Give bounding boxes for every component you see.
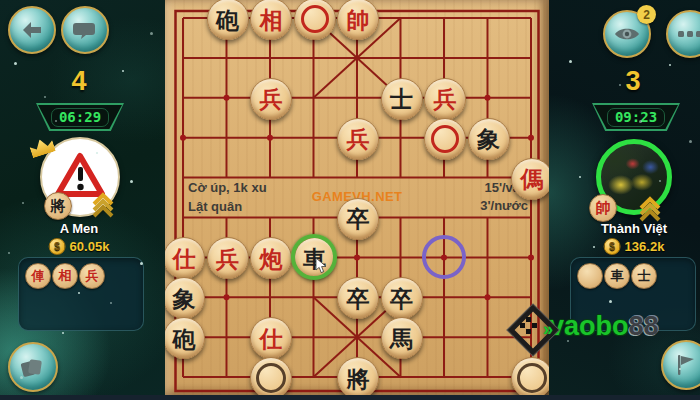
right-timer-value: 09:23 bbox=[607, 108, 665, 127]
star-decoration bbox=[44, 96, 46, 98]
star-decoration bbox=[130, 180, 133, 183]
board-piece[interactable]: 兵 bbox=[337, 118, 379, 160]
back-button[interactable] bbox=[8, 6, 56, 54]
star-decoration bbox=[62, 332, 64, 334]
star-decoration bbox=[659, 180, 661, 182]
star-decoration bbox=[20, 376, 23, 379]
star-decoration bbox=[579, 176, 581, 178]
board-piece[interactable]: 兵 bbox=[207, 237, 249, 279]
star-decoration bbox=[639, 120, 642, 123]
board-piece[interactable]: 兵 bbox=[424, 78, 466, 120]
board-piece[interactable]: 相 bbox=[250, 0, 292, 40]
left-score: 4 bbox=[71, 66, 86, 97]
board-piece[interactable]: 砲 bbox=[207, 0, 249, 40]
spectator-count-badge: 2 bbox=[637, 5, 656, 24]
captured-piece: 俥 bbox=[25, 263, 51, 289]
board-piece[interactable]: 傌 bbox=[511, 158, 549, 200]
star-decoration bbox=[122, 70, 124, 72]
board-piece[interactable]: 象 bbox=[468, 118, 510, 160]
left-player-money: $ 60.05k bbox=[49, 238, 110, 255]
star-decoration bbox=[679, 368, 681, 370]
board-piece[interactable]: 卒 bbox=[337, 198, 379, 240]
board-piece[interactable]: 馬 bbox=[381, 317, 423, 359]
captured-piece: 士 bbox=[631, 263, 657, 289]
board-piece-facedown[interactable] bbox=[511, 357, 549, 396]
right-side-piece: 帥 bbox=[589, 194, 617, 222]
watermark-text-green: vaobo bbox=[549, 311, 629, 341]
time-rule-line2: 3'/nước bbox=[480, 198, 528, 213]
captured-piece-facedown bbox=[577, 263, 603, 289]
coin-icon: $ bbox=[49, 238, 66, 255]
vaobo-diamond-icon: » bbox=[509, 306, 549, 346]
left-money-value: 60.05k bbox=[70, 239, 110, 254]
left-player-panel: 4 06:29 將 A Men $ 60.05k bbox=[0, 0, 165, 400]
captured-piece: 相 bbox=[52, 263, 78, 289]
star-decoration bbox=[14, 62, 17, 65]
board-piece-facedown[interactable] bbox=[250, 357, 292, 396]
star-decoration bbox=[8, 252, 10, 254]
coin-icon: $ bbox=[604, 238, 621, 255]
game-screen: 4 06:29 將 A Men $ 60.05k bbox=[0, 0, 700, 400]
back-arrow-icon bbox=[20, 20, 44, 40]
chat-bubble-icon bbox=[73, 20, 97, 40]
right-player-money: $ 136.2k bbox=[604, 238, 665, 255]
board-piece[interactable]: 士 bbox=[381, 78, 423, 120]
xiangqi-board[interactable]: Cờ úp, 1k xu Lật quân GAMEVH.NET 15'/ván… bbox=[165, 0, 549, 396]
vaobo88-watermark: » vaobo88 bbox=[509, 306, 659, 346]
match-info-line1: Cờ úp, 1k xu bbox=[188, 180, 267, 195]
star-decoration bbox=[96, 152, 98, 154]
star-decoration bbox=[78, 292, 80, 294]
star-decoration bbox=[569, 60, 572, 63]
eye-icon bbox=[614, 25, 640, 43]
watermark-text-gray: 88 bbox=[629, 311, 659, 341]
board-piece[interactable]: 帥 bbox=[337, 0, 379, 40]
match-info-line2: Lật quân bbox=[188, 199, 242, 214]
left-timer-value: 06:29 bbox=[51, 108, 109, 127]
right-money-value: 136.2k bbox=[625, 239, 665, 254]
board-piece[interactable]: 卒 bbox=[337, 277, 379, 319]
right-timer: 09:23 bbox=[592, 103, 680, 131]
left-capture-tray: 俥相兵 bbox=[18, 257, 144, 331]
board-piece[interactable]: 仕 bbox=[250, 317, 292, 359]
emote-cards-button[interactable] bbox=[8, 342, 58, 392]
left-player-name: A Men bbox=[60, 221, 99, 236]
left-side-piece: 將 bbox=[44, 192, 72, 220]
surrender-button[interactable] bbox=[661, 340, 700, 390]
star-decoration bbox=[150, 32, 153, 35]
star-decoration bbox=[593, 246, 595, 248]
chat-button[interactable] bbox=[61, 6, 109, 54]
star-decoration bbox=[669, 64, 671, 66]
cards-icon bbox=[20, 356, 46, 378]
flag-icon bbox=[675, 354, 697, 376]
board-piece-facedown[interactable] bbox=[294, 0, 336, 40]
star-decoration bbox=[22, 202, 24, 204]
board-piece[interactable]: 卒 bbox=[381, 277, 423, 319]
menu-squares-icon bbox=[677, 29, 700, 39]
star-decoration bbox=[689, 140, 692, 143]
captured-piece: 兵 bbox=[79, 263, 105, 289]
board-piece[interactable]: 兵 bbox=[250, 78, 292, 120]
bottom-strip bbox=[0, 395, 700, 400]
star-decoration bbox=[619, 84, 621, 86]
board-piece[interactable]: 將 bbox=[337, 357, 379, 396]
left-timer: 06:29 bbox=[36, 103, 124, 131]
gold-chevrons-icon bbox=[637, 196, 663, 226]
star-decoration bbox=[55, 120, 57, 122]
star-decoration bbox=[609, 300, 612, 303]
right-score: 3 bbox=[625, 66, 640, 97]
captured-piece: 車 bbox=[604, 263, 630, 289]
menu-button[interactable] bbox=[666, 10, 700, 58]
cursor-arrow-icon bbox=[315, 258, 329, 278]
board-piece-facedown[interactable] bbox=[424, 118, 466, 160]
gold-chevrons-icon bbox=[90, 192, 116, 222]
star-decoration bbox=[140, 262, 143, 265]
star-decoration bbox=[110, 302, 112, 304]
